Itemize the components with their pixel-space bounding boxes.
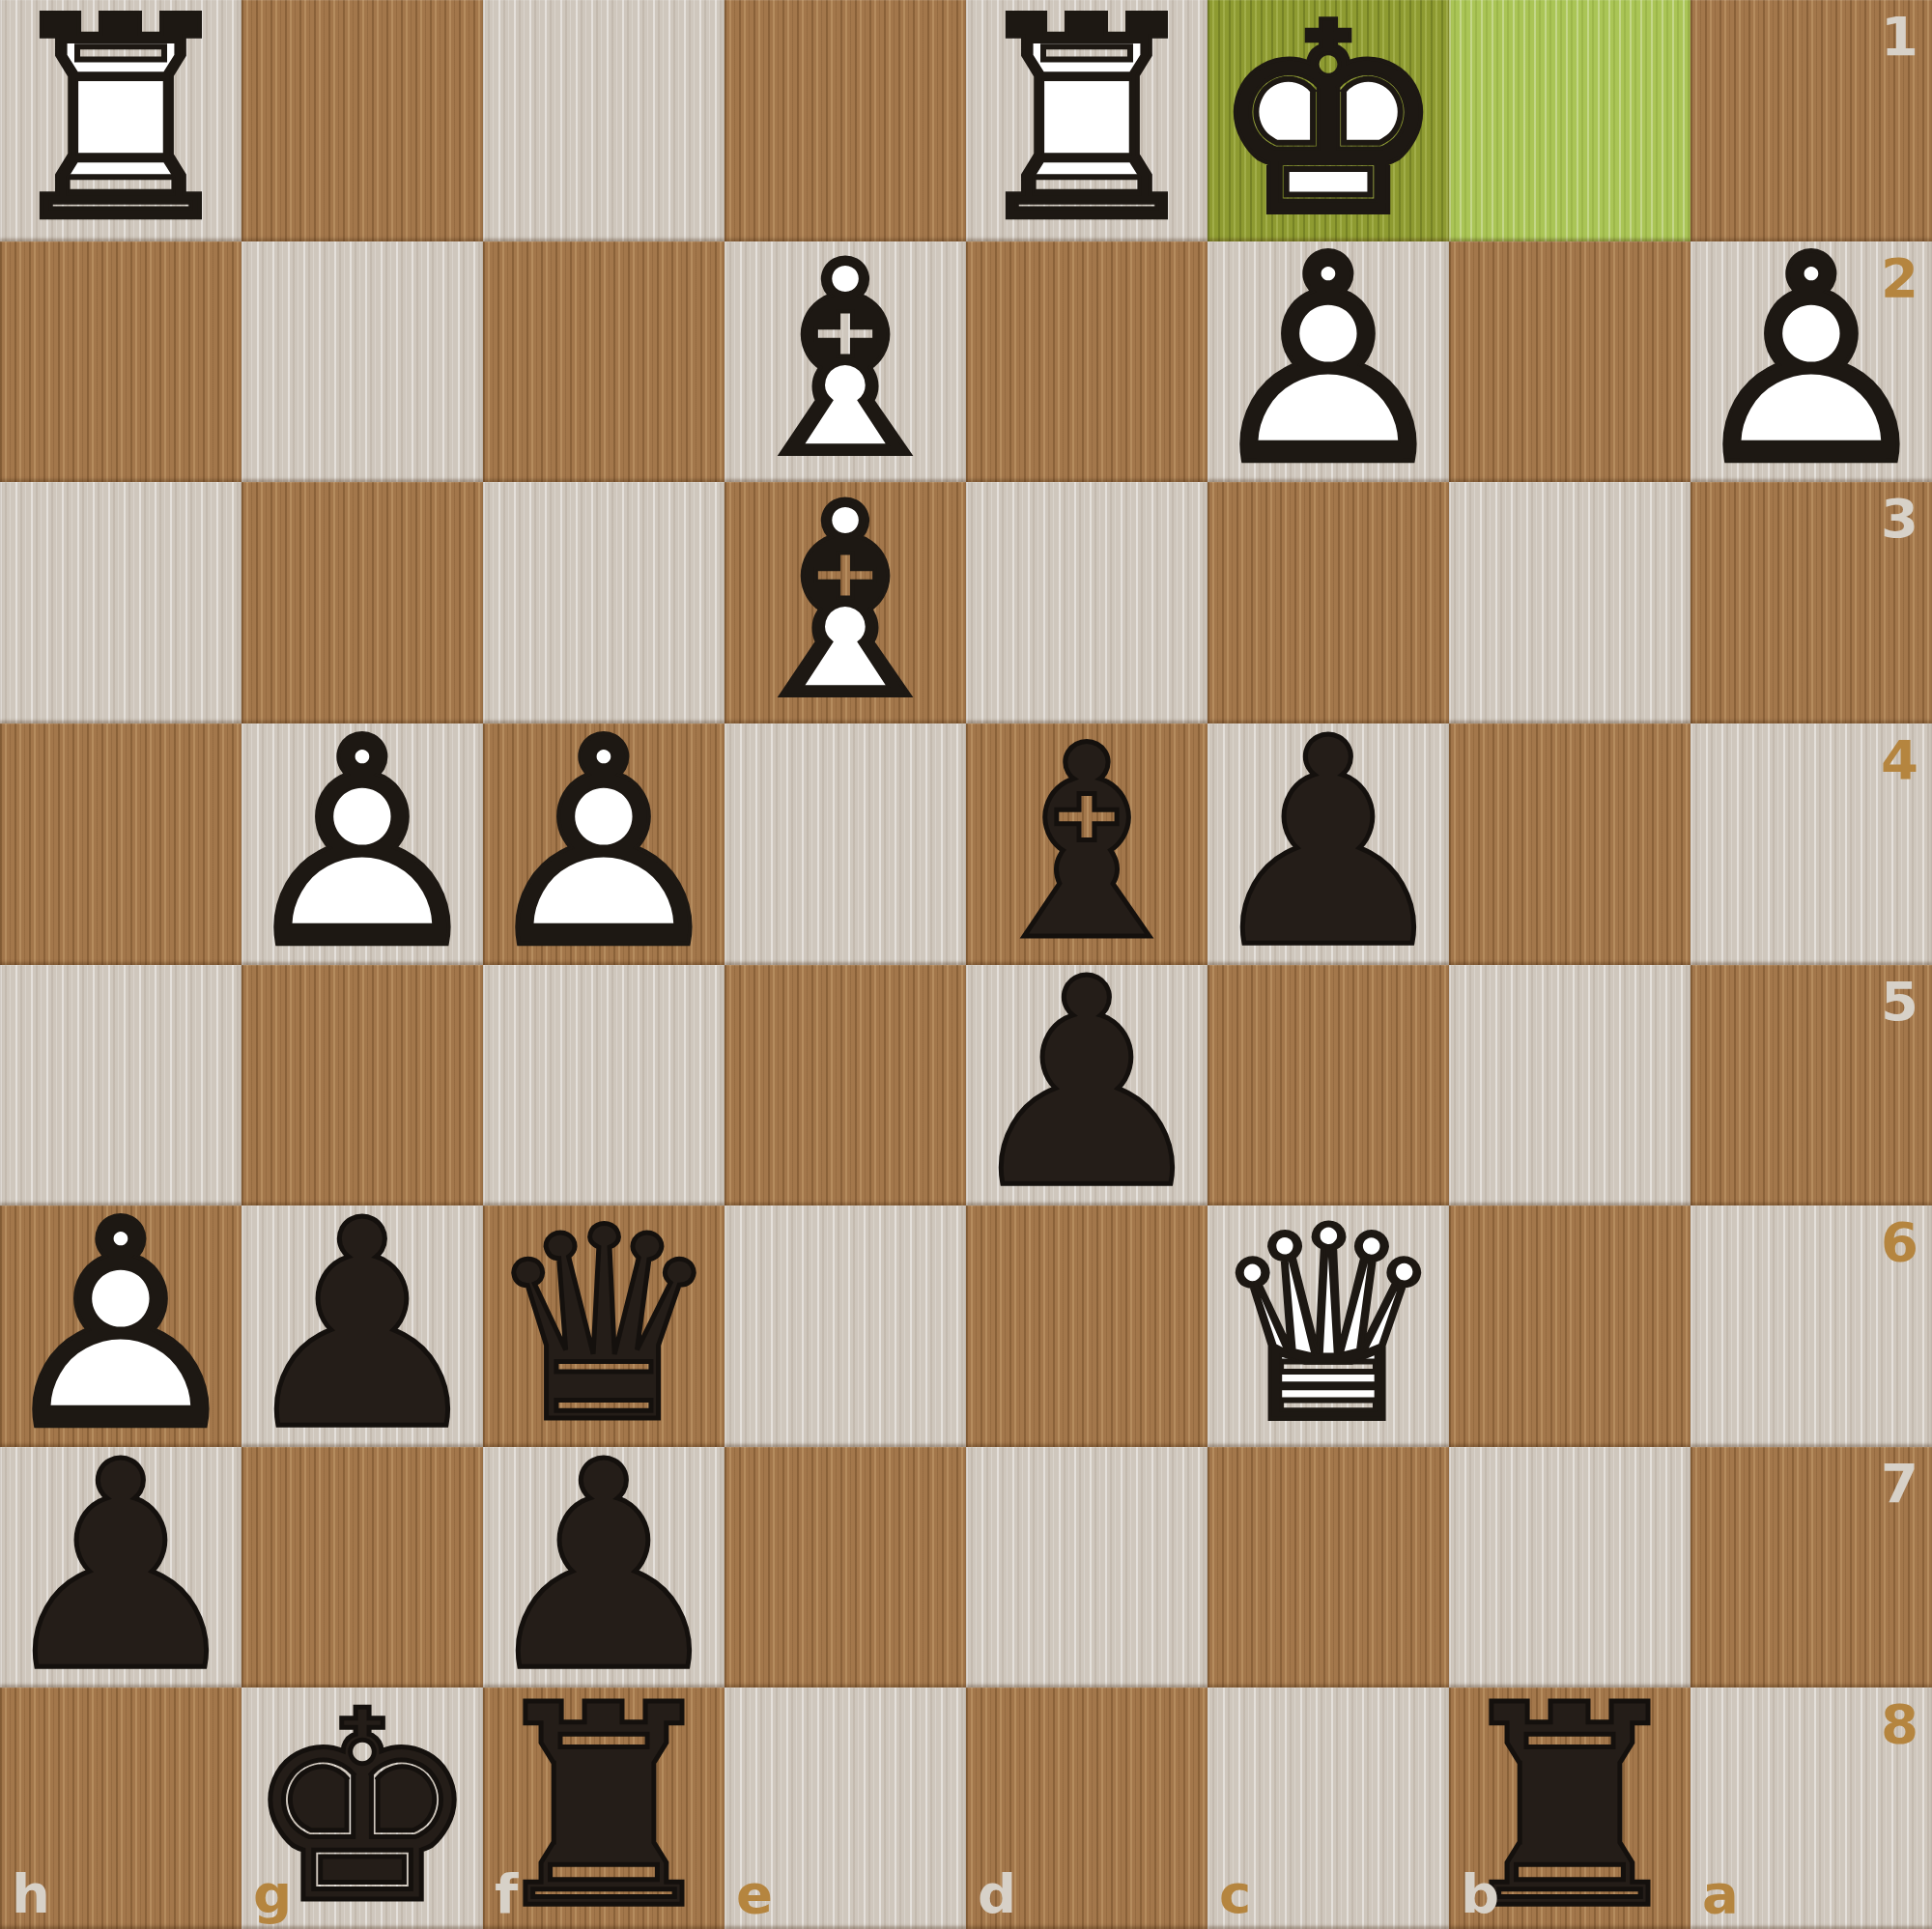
black-pawn-glyph: ♟ [483,1447,724,1688]
white-pawn-outline: ♙ [1207,241,1449,483]
black-queen-glyph: ♛ [483,1206,724,1447]
rank-label-8: 8 [1881,1697,1918,1751]
square-a5[interactable]: 5 [1690,965,1932,1206]
black-pawn[interactable]: ♟ [966,965,1207,1206]
white-bishop-outline: ♗ [724,482,966,723]
white-queen-outline: ♕ [1207,1206,1449,1447]
square-f4[interactable]: ♟♙ [483,723,724,965]
file-label-h: h [12,1867,50,1921]
white-pawn-outline: ♙ [483,723,724,965]
white-bishop-glyph: ♝ [724,241,966,483]
square-f1[interactable] [483,0,724,241]
rank-label-6: 6 [1881,1215,1918,1269]
square-c8[interactable]: c [1207,1688,1449,1929]
square-b2[interactable] [1449,241,1690,483]
square-c2[interactable]: ♟♙ [1207,241,1449,483]
white-rook-outline: ♖ [966,0,1207,241]
white-queen-glyph: ♛ [1207,1206,1449,1447]
square-a1[interactable]: 1 [1690,0,1932,241]
square-h8[interactable]: h [0,1688,241,1929]
rank-label-2: 2 [1881,251,1918,305]
black-rook[interactable]: ♜ [483,1688,724,1929]
square-e1[interactable] [724,0,966,241]
black-pawn-glyph: ♟ [966,965,1207,1206]
square-b3[interactable] [1449,482,1690,723]
white-pawn[interactable]: ♟♙ [1207,241,1449,483]
square-e8[interactable]: e [724,1688,966,1929]
square-e2[interactable]: ♝♗ [724,241,966,483]
white-pawn[interactable]: ♟♙ [241,723,483,965]
white-queen[interactable]: ♛♕ [1207,1206,1449,1447]
square-c6[interactable]: ♛♕ [1207,1206,1449,1447]
square-d4[interactable]: ♝ [966,723,1207,965]
square-b5[interactable] [1449,965,1690,1206]
white-rook[interactable]: ♜♖ [966,0,1207,241]
square-b4[interactable] [1449,723,1690,965]
white-king-outline: ♔ [1207,0,1449,241]
square-f8[interactable]: ♜f [483,1688,724,1929]
white-bishop[interactable]: ♝♗ [724,241,966,483]
file-label-d: d [978,1867,1016,1921]
square-h6[interactable]: ♟♙ [0,1206,241,1447]
white-pawn-outline: ♙ [241,723,483,965]
black-pawn[interactable]: ♟ [0,1447,241,1688]
square-e6[interactable] [724,1206,966,1447]
square-g3[interactable] [241,482,483,723]
rank-label-7: 7 [1881,1457,1918,1511]
square-g6[interactable]: ♟ [241,1206,483,1447]
black-bishop-glyph: ♝ [966,723,1207,965]
white-pawn[interactable]: ♟♙ [483,723,724,965]
square-h4[interactable] [0,723,241,965]
square-g8[interactable]: ♚g [241,1688,483,1929]
square-f5[interactable] [483,965,724,1206]
square-e4[interactable] [724,723,966,965]
white-bishop[interactable]: ♝♗ [724,482,966,723]
white-rook-glyph: ♜ [0,0,241,241]
file-label-a: a [1702,1867,1739,1921]
square-a2[interactable]: ♟♙2 [1690,241,1932,483]
black-queen[interactable]: ♛ [483,1206,724,1447]
square-f3[interactable] [483,482,724,723]
square-b7[interactable] [1449,1447,1690,1688]
square-h5[interactable] [0,965,241,1206]
square-d2[interactable] [966,241,1207,483]
white-pawn-glyph: ♟ [483,723,724,965]
square-b8[interactable]: ♜b [1449,1688,1690,1929]
square-g2[interactable] [241,241,483,483]
square-a8[interactable]: 8a [1690,1688,1932,1929]
square-d6[interactable] [966,1206,1207,1447]
square-h3[interactable] [0,482,241,723]
square-h2[interactable] [0,241,241,483]
square-f7[interactable]: ♟ [483,1447,724,1688]
square-a4[interactable]: 4 [1690,723,1932,965]
black-pawn[interactable]: ♟ [1207,723,1449,965]
white-pawn-glyph: ♟ [1207,241,1449,483]
white-pawn-glyph: ♟ [241,723,483,965]
rank-label-5: 5 [1881,975,1918,1029]
square-g7[interactable] [241,1447,483,1688]
black-bishop[interactable]: ♝ [966,723,1207,965]
square-a3[interactable]: 3 [1690,482,1932,723]
square-c3[interactable] [1207,482,1449,723]
file-label-b: b [1461,1867,1499,1921]
square-d3[interactable] [966,482,1207,723]
square-c4[interactable]: ♟ [1207,723,1449,965]
square-b6[interactable] [1449,1206,1690,1447]
square-f6[interactable]: ♛ [483,1206,724,1447]
black-pawn-glyph: ♟ [241,1206,483,1447]
black-rook-glyph: ♜ [483,1688,724,1929]
white-bishop-glyph: ♝ [724,482,966,723]
square-b1[interactable] [1449,0,1690,241]
file-label-g: g [253,1867,292,1921]
white-rook-glyph: ♜ [966,0,1207,241]
rank-label-3: 3 [1881,492,1918,546]
square-g1[interactable] [241,0,483,241]
square-a6[interactable]: 6 [1690,1206,1932,1447]
square-d5[interactable]: ♟ [966,965,1207,1206]
square-a7[interactable]: 7 [1690,1447,1932,1688]
square-h1[interactable]: ♜♖ [0,0,241,241]
rank-label-1: 1 [1881,10,1918,64]
square-f2[interactable] [483,241,724,483]
square-g4[interactable]: ♟♙ [241,723,483,965]
white-pawn[interactable]: ♟♙ [0,1206,241,1447]
square-c1[interactable]: ♚♔ [1207,0,1449,241]
square-e5[interactable] [724,965,966,1206]
square-d1[interactable]: ♜♖ [966,0,1207,241]
file-label-f: f [495,1867,518,1921]
black-pawn-glyph: ♟ [0,1447,241,1688]
square-e7[interactable] [724,1447,966,1688]
file-label-c: c [1219,1867,1251,1921]
white-pawn-glyph: ♟ [0,1206,241,1447]
chess-board: ♜♖♜♖♚♔1♝♗♟♙♟♙2♝♗3♟♙♟♙♝♟4♟5♟♙♟♛♛♕6♟♟7h♚g♜… [0,0,1932,1929]
square-d8[interactable]: d [966,1688,1207,1929]
white-pawn-outline: ♙ [0,1206,241,1447]
square-d7[interactable] [966,1447,1207,1688]
black-pawn[interactable]: ♟ [241,1206,483,1447]
white-rook-outline: ♖ [0,0,241,241]
white-king-glyph: ♚ [1207,0,1449,241]
file-label-e: e [736,1867,773,1921]
rank-label-4: 4 [1881,733,1918,787]
black-pawn[interactable]: ♟ [483,1447,724,1688]
square-c5[interactable] [1207,965,1449,1206]
black-pawn-glyph: ♟ [1207,723,1449,965]
white-rook[interactable]: ♜♖ [0,0,241,241]
white-king[interactable]: ♚♔ [1207,0,1449,241]
white-bishop-outline: ♗ [724,241,966,483]
square-c7[interactable] [1207,1447,1449,1688]
square-g5[interactable] [241,965,483,1206]
square-e3[interactable]: ♝♗ [724,482,966,723]
square-h7[interactable]: ♟ [0,1447,241,1688]
